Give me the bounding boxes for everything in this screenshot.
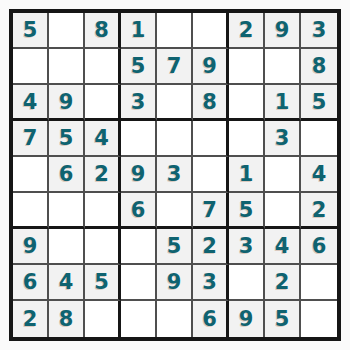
sudoku-cell-r7c9: 6 [301, 229, 337, 265]
sudoku-cell-r7c7: 3 [229, 229, 265, 265]
sudoku-cell-r4c7[interactable] [229, 121, 265, 157]
sudoku-cell-r2c5: 7 [157, 49, 193, 85]
sudoku-cell-r4c8: 3 [265, 121, 301, 157]
sudoku-cell-r8c4[interactable] [121, 265, 157, 301]
sudoku-cell-r8c2: 4 [49, 265, 85, 301]
sudoku-cell-r4c4[interactable] [121, 121, 157, 157]
sudoku-cell-r9c5[interactable] [157, 301, 193, 337]
sudoku-cell-r6c9: 2 [301, 193, 337, 229]
sudoku-cell-r5c2: 6 [49, 157, 85, 193]
sudoku-cell-r2c8[interactable] [265, 49, 301, 85]
sudoku-cell-r9c7: 9 [229, 301, 265, 337]
sudoku-cell-r2c3[interactable] [85, 49, 121, 85]
sudoku-cell-r6c1[interactable] [13, 193, 49, 229]
sudoku-cell-r3c9: 5 [301, 85, 337, 121]
sudoku-cell-r5c9: 4 [301, 157, 337, 193]
sudoku-cell-r4c9[interactable] [301, 121, 337, 157]
sudoku-cell-r1c7: 2 [229, 13, 265, 49]
sudoku-cell-r1c8: 9 [265, 13, 301, 49]
sudoku-cell-r1c2[interactable] [49, 13, 85, 49]
sudoku-cell-r8c7[interactable] [229, 265, 265, 301]
sudoku-cell-r2c2[interactable] [49, 49, 85, 85]
sudoku-cell-r8c9[interactable] [301, 265, 337, 301]
sudoku-cell-r1c4: 1 [121, 13, 157, 49]
sudoku-cell-r2c9: 8 [301, 49, 337, 85]
sudoku-cell-r3c4: 3 [121, 85, 157, 121]
sudoku-cell-r5c1[interactable] [13, 157, 49, 193]
sudoku-cell-r5c8[interactable] [265, 157, 301, 193]
sudoku-cell-r5c5: 3 [157, 157, 193, 193]
sudoku-cell-r7c5: 5 [157, 229, 193, 265]
sudoku-cell-r5c6[interactable] [193, 157, 229, 193]
sudoku-cell-r4c3: 4 [85, 121, 121, 157]
sudoku-cell-r7c1: 9 [13, 229, 49, 265]
sudoku-cell-r3c1: 4 [13, 85, 49, 121]
sudoku-cell-r8c5: 9 [157, 265, 193, 301]
sudoku-cell-r1c3: 8 [85, 13, 121, 49]
sudoku-cell-r8c3: 5 [85, 265, 121, 301]
sudoku-cell-r1c1: 5 [13, 13, 49, 49]
sudoku-cell-r3c5[interactable] [157, 85, 193, 121]
sudoku-cell-r6c7: 5 [229, 193, 265, 229]
sudoku-cell-r6c4: 6 [121, 193, 157, 229]
sudoku-cell-r3c3[interactable] [85, 85, 121, 121]
sudoku-cell-r9c6: 6 [193, 301, 229, 337]
sudoku-cell-r6c3[interactable] [85, 193, 121, 229]
sudoku-cell-r9c1: 2 [13, 301, 49, 337]
sudoku-cell-r9c9[interactable] [301, 301, 337, 337]
sudoku-cell-r6c6: 7 [193, 193, 229, 229]
sudoku-cell-r6c2[interactable] [49, 193, 85, 229]
sudoku-cell-r5c3: 2 [85, 157, 121, 193]
sudoku-cell-r9c8: 5 [265, 301, 301, 337]
sudoku-cell-r7c3[interactable] [85, 229, 121, 265]
sudoku-cell-r1c5[interactable] [157, 13, 193, 49]
sudoku-cell-r5c7: 1 [229, 157, 265, 193]
sudoku-cell-r8c1: 6 [13, 265, 49, 301]
sudoku-cell-r7c2[interactable] [49, 229, 85, 265]
sudoku-board: 5812935798493815754362931467529523466459… [9, 9, 341, 341]
sudoku-cell-r8c8: 2 [265, 265, 301, 301]
sudoku-cell-r4c6[interactable] [193, 121, 229, 157]
sudoku-cell-r5c4: 9 [121, 157, 157, 193]
sudoku-cell-r3c6: 8 [193, 85, 229, 121]
sudoku-cell-r1c9: 3 [301, 13, 337, 49]
sudoku-cell-r2c6: 9 [193, 49, 229, 85]
sudoku-cell-r2c1[interactable] [13, 49, 49, 85]
sudoku-cell-r9c2: 8 [49, 301, 85, 337]
sudoku-cell-r2c7[interactable] [229, 49, 265, 85]
sudoku-cell-r4c2: 5 [49, 121, 85, 157]
sudoku-cell-r2c4: 5 [121, 49, 157, 85]
sudoku-cell-r6c5[interactable] [157, 193, 193, 229]
sudoku-cell-r7c8: 4 [265, 229, 301, 265]
sudoku-cell-r7c6: 2 [193, 229, 229, 265]
sudoku-cell-r3c2: 9 [49, 85, 85, 121]
sudoku-cell-r3c7[interactable] [229, 85, 265, 121]
sudoku-cell-r6c8[interactable] [265, 193, 301, 229]
sudoku-cell-r9c3[interactable] [85, 301, 121, 337]
sudoku-cell-r4c5[interactable] [157, 121, 193, 157]
sudoku-cell-r8c6: 3 [193, 265, 229, 301]
sudoku-cell-r3c8: 1 [265, 85, 301, 121]
sudoku-cell-r7c4[interactable] [121, 229, 157, 265]
sudoku-cell-r9c4[interactable] [121, 301, 157, 337]
sudoku-cell-r4c1: 7 [13, 121, 49, 157]
sudoku-cell-r1c6[interactable] [193, 13, 229, 49]
